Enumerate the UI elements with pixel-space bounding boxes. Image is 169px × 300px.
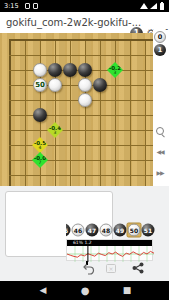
wifi-icon <box>140 3 148 9</box>
visit-count: 7 <box>39 161 42 166</box>
black-captures-value: 1 <box>158 47 163 54</box>
visit-count: 4 <box>39 146 42 151</box>
board-grid-line <box>145 39 146 186</box>
stone-black-G16[interactable] <box>93 78 107 92</box>
board-grid-line <box>9 115 153 116</box>
stone-black-E17[interactable] <box>63 63 77 77</box>
board-grid-line <box>70 39 71 186</box>
move-stone-51[interactable]: 51 <box>142 224 155 237</box>
stone-black-F17[interactable] <box>78 63 92 77</box>
board-grid-line <box>115 39 116 186</box>
toolbar: gokifu_com-2w2k-gokifu-... 1 ⚙ ⋮ <box>0 12 169 33</box>
capture-count-black: 1 <box>154 44 166 56</box>
win-rate-sparkline <box>67 246 154 262</box>
move-stone-50[interactable]: 50 <box>128 224 141 237</box>
go-board[interactable]: 50-0.23-0.43-0.54-0.07 <box>0 33 153 186</box>
signal-icon <box>150 3 157 9</box>
board-grid-line <box>9 39 11 186</box>
visit-count: 3 <box>54 131 57 136</box>
move-stone-45[interactable]: 45 <box>66 224 71 237</box>
move-stone-number: 46 <box>74 227 82 233</box>
capture-count-white: 0 <box>154 31 166 43</box>
stone-white-D16[interactable] <box>48 78 62 92</box>
move-stone-number: 48 <box>102 227 110 233</box>
share-icon[interactable] <box>132 262 144 274</box>
board-grid-line <box>9 130 153 131</box>
board-grid-line <box>9 55 153 56</box>
ai-suggestion-H17[interactable]: -0.23 <box>107 62 123 78</box>
clear-icon[interactable]: × <box>106 264 116 273</box>
rewind-icon[interactable]: ◀◀ <box>152 148 168 155</box>
move-stone-46[interactable]: 46 <box>72 224 85 237</box>
board-grid-line <box>85 39 86 186</box>
nav-back-icon[interactable]: ◀ <box>36 281 50 300</box>
stone-white-F16[interactable] <box>78 78 92 92</box>
move-stone-49[interactable]: 49 <box>114 224 127 237</box>
board-grid-line <box>9 39 153 41</box>
zoom-board-icon[interactable] <box>156 127 166 137</box>
stone-black-C14[interactable] <box>33 108 47 122</box>
fast-forward-icon[interactable]: ▶▶ <box>152 169 168 176</box>
ai-suggestion-D13[interactable]: -0.43 <box>47 122 63 138</box>
stone-white-F15[interactable] <box>78 93 92 107</box>
app-screen: 3:15 gokifu_com-2w2k-gokifu-... 1 ⚙ ⋮ 50… <box>0 0 169 300</box>
battery-icon <box>160 3 164 10</box>
android-nav-bar: ◀ ● ■ <box>0 281 169 300</box>
move-stone-number: 49 <box>116 227 124 233</box>
stone-black-D17[interactable] <box>48 63 62 77</box>
move-number-strip[interactable]: 45464748495051 <box>66 222 158 238</box>
notification-icon <box>25 3 30 9</box>
win-rate-graph[interactable]: 61% 1.2 <box>66 239 153 261</box>
move-stone-number: 51 <box>144 227 152 233</box>
board-grid-line <box>25 39 26 186</box>
nav-home-icon[interactable]: ● <box>78 281 92 300</box>
move-stone-number: 50 <box>130 227 138 233</box>
board-grid-line <box>130 39 131 186</box>
stone-white-C16[interactable]: 50 <box>33 78 47 92</box>
stone-white-C17[interactable] <box>33 63 47 77</box>
move-stone-48[interactable]: 48 <box>100 224 113 237</box>
undo-icon[interactable] <box>82 263 95 275</box>
page-title: gokifu_com-2w2k-gokifu-... <box>6 12 141 33</box>
move-stone-number: 45 <box>66 227 68 233</box>
board-grid-line <box>55 39 56 186</box>
ai-suggestion-C12[interactable]: -0.54 <box>32 137 48 153</box>
white-captures-value: 0 <box>158 34 163 41</box>
board-grid-line <box>9 160 153 161</box>
clock: 3:15 <box>4 2 19 10</box>
ai-suggestion-C11[interactable]: -0.07 <box>32 152 48 168</box>
nav-recents-icon[interactable]: ■ <box>120 281 134 300</box>
move-stone-number: 47 <box>88 227 96 233</box>
notification-icon <box>33 3 38 9</box>
status-bar: 3:15 <box>0 0 169 12</box>
board-grid-line <box>9 145 153 146</box>
move-stone-47[interactable]: 47 <box>86 224 99 237</box>
board-grid-line <box>100 39 101 186</box>
board-grid-line <box>9 175 153 176</box>
visit-count: 3 <box>114 71 117 76</box>
move-number-label: 50 <box>35 82 45 89</box>
